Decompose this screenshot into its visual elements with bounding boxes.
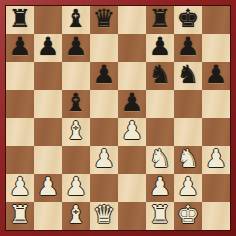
square-d6[interactable]: ♟ xyxy=(90,62,118,90)
square-a3[interactable] xyxy=(6,146,34,174)
black-king-g8[interactable]: ♚ xyxy=(177,6,199,33)
square-e2[interactable] xyxy=(118,174,146,202)
square-b2[interactable]: ♟ xyxy=(34,174,62,202)
square-b1[interactable] xyxy=(34,202,62,230)
black-pawn-c7[interactable]: ♟ xyxy=(65,34,87,61)
square-g5[interactable] xyxy=(174,90,202,118)
black-pawn-e5[interactable]: ♟ xyxy=(121,90,143,117)
white-rook-f1[interactable]: ♜ xyxy=(149,202,171,229)
square-c3[interactable] xyxy=(62,146,90,174)
square-d7[interactable] xyxy=(90,34,118,62)
white-pawn-f2[interactable]: ♟ xyxy=(149,174,171,201)
square-h4[interactable] xyxy=(202,118,230,146)
square-a4[interactable] xyxy=(6,118,34,146)
square-a8[interactable]: ♜ xyxy=(6,6,34,34)
square-e6[interactable] xyxy=(118,62,146,90)
square-f2[interactable]: ♟ xyxy=(146,174,174,202)
square-g6[interactable]: ♞ xyxy=(174,62,202,90)
square-e8[interactable] xyxy=(118,6,146,34)
black-pawn-d6[interactable]: ♟ xyxy=(93,62,115,89)
square-b6[interactable] xyxy=(34,62,62,90)
black-pawn-g7[interactable]: ♟ xyxy=(177,34,199,61)
square-e4[interactable]: ♟ xyxy=(118,118,146,146)
square-c4[interactable]: ♝ xyxy=(62,118,90,146)
square-g1[interactable]: ♚ xyxy=(174,202,202,230)
square-f3[interactable]: ♞ xyxy=(146,146,174,174)
square-d2[interactable] xyxy=(90,174,118,202)
black-rook-a8[interactable]: ♜ xyxy=(9,6,31,33)
black-knight-g6[interactable]: ♞ xyxy=(177,62,199,89)
square-d8[interactable]: ♛ xyxy=(90,6,118,34)
black-queen-d8[interactable]: ♛ xyxy=(93,6,115,33)
square-c8[interactable]: ♝ xyxy=(62,6,90,34)
white-pawn-c2[interactable]: ♟ xyxy=(65,174,87,201)
square-e3[interactable] xyxy=(118,146,146,174)
black-pawn-f7[interactable]: ♟ xyxy=(149,34,171,61)
square-f1[interactable]: ♜ xyxy=(146,202,174,230)
square-h1[interactable] xyxy=(202,202,230,230)
white-king-g1[interactable]: ♚ xyxy=(177,202,199,229)
square-b8[interactable] xyxy=(34,6,62,34)
square-d3[interactable]: ♟ xyxy=(90,146,118,174)
chess-board: ♜♝♛♜♚♟♟♟♟♟♟♞♞♟♝♟♝♟♟♞♞♟♟♟♟♟♟♜♝♛♜♚ xyxy=(6,6,230,230)
black-knight-f6[interactable]: ♞ xyxy=(149,62,171,89)
white-bishop-c4[interactable]: ♝ xyxy=(65,118,87,145)
white-bishop-c1[interactable]: ♝ xyxy=(65,202,87,229)
white-pawn-a2[interactable]: ♟ xyxy=(9,174,31,201)
square-c5[interactable]: ♝ xyxy=(62,90,90,118)
white-knight-f3[interactable]: ♞ xyxy=(149,146,171,173)
square-c7[interactable]: ♟ xyxy=(62,34,90,62)
black-pawn-a7[interactable]: ♟ xyxy=(9,34,31,61)
white-pawn-d3[interactable]: ♟ xyxy=(93,146,115,173)
square-b5[interactable] xyxy=(34,90,62,118)
black-pawn-h6[interactable]: ♟ xyxy=(205,62,227,89)
black-bishop-c8[interactable]: ♝ xyxy=(65,6,87,33)
square-g2[interactable]: ♟ xyxy=(174,174,202,202)
board-frame: ♜♝♛♜♚♟♟♟♟♟♟♞♞♟♝♟♝♟♟♞♞♟♟♟♟♟♟♜♝♛♜♚ xyxy=(0,0,236,236)
white-pawn-g2[interactable]: ♟ xyxy=(177,174,199,201)
black-bishop-c5[interactable]: ♝ xyxy=(65,90,87,117)
black-rook-f8[interactable]: ♜ xyxy=(149,6,171,33)
square-c2[interactable]: ♟ xyxy=(62,174,90,202)
square-a5[interactable] xyxy=(6,90,34,118)
square-d4[interactable] xyxy=(90,118,118,146)
square-g3[interactable]: ♞ xyxy=(174,146,202,174)
square-h5[interactable] xyxy=(202,90,230,118)
white-rook-a1[interactable]: ♜ xyxy=(9,202,31,229)
square-h3[interactable]: ♟ xyxy=(202,146,230,174)
square-c1[interactable]: ♝ xyxy=(62,202,90,230)
square-f4[interactable] xyxy=(146,118,174,146)
white-queen-d1[interactable]: ♛ xyxy=(93,202,115,229)
square-d5[interactable] xyxy=(90,90,118,118)
square-b3[interactable] xyxy=(34,146,62,174)
square-f7[interactable]: ♟ xyxy=(146,34,174,62)
square-f8[interactable]: ♜ xyxy=(146,6,174,34)
square-h6[interactable]: ♟ xyxy=(202,62,230,90)
square-h2[interactable] xyxy=(202,174,230,202)
square-a1[interactable]: ♜ xyxy=(6,202,34,230)
white-knight-g3[interactable]: ♞ xyxy=(177,146,199,173)
square-d1[interactable]: ♛ xyxy=(90,202,118,230)
square-b7[interactable]: ♟ xyxy=(34,34,62,62)
square-f5[interactable] xyxy=(146,90,174,118)
square-h8[interactable] xyxy=(202,6,230,34)
square-h7[interactable] xyxy=(202,34,230,62)
square-g4[interactable] xyxy=(174,118,202,146)
white-pawn-e4[interactable]: ♟ xyxy=(121,118,143,145)
square-a2[interactable]: ♟ xyxy=(6,174,34,202)
square-e1[interactable] xyxy=(118,202,146,230)
square-g7[interactable]: ♟ xyxy=(174,34,202,62)
square-a6[interactable] xyxy=(6,62,34,90)
white-pawn-b2[interactable]: ♟ xyxy=(37,174,59,201)
square-a7[interactable]: ♟ xyxy=(6,34,34,62)
square-e7[interactable] xyxy=(118,34,146,62)
square-f6[interactable]: ♞ xyxy=(146,62,174,90)
white-pawn-h3[interactable]: ♟ xyxy=(205,146,227,173)
square-c6[interactable] xyxy=(62,62,90,90)
square-b4[interactable] xyxy=(34,118,62,146)
square-g8[interactable]: ♚ xyxy=(174,6,202,34)
square-e5[interactable]: ♟ xyxy=(118,90,146,118)
black-pawn-b7[interactable]: ♟ xyxy=(37,34,59,61)
